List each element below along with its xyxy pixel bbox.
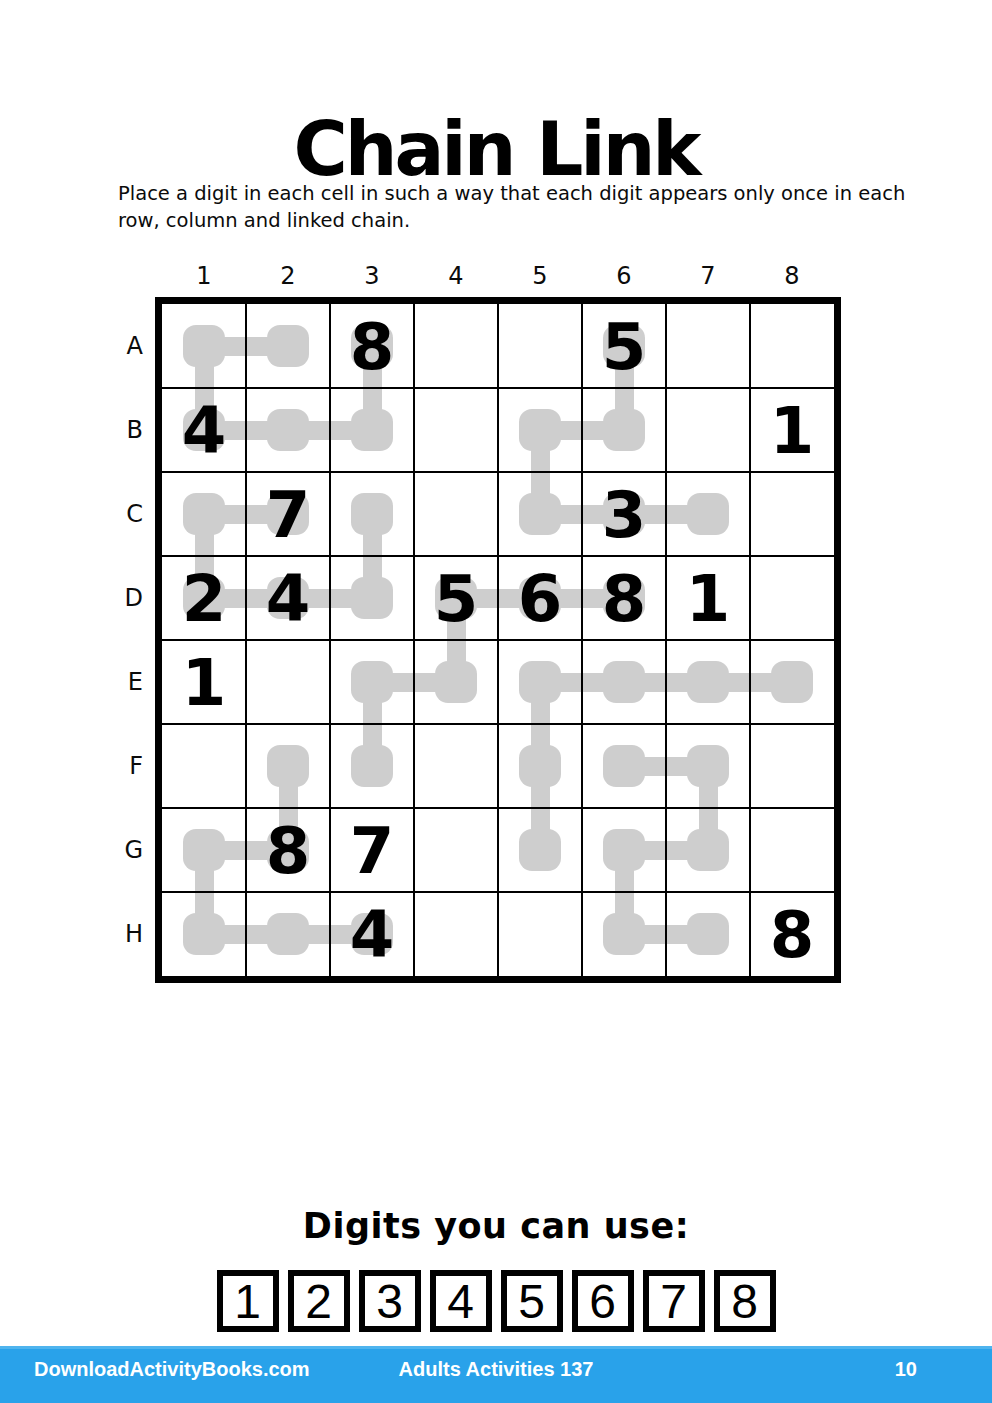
footer-bar: DownloadActivityBooks.com Adults Activit…: [0, 1346, 992, 1403]
board-cell[interactable]: [414, 808, 498, 892]
board-cell[interactable]: [750, 724, 834, 808]
board-cell[interactable]: [414, 472, 498, 556]
digit-box-value: 3: [376, 1278, 403, 1326]
row-label: F: [0, 724, 143, 808]
col-label: 8: [750, 262, 834, 294]
given-digit: 3: [602, 483, 647, 547]
board-cell[interactable]: [750, 808, 834, 892]
board-cell[interactable]: [414, 388, 498, 472]
board-cell[interactable]: 3: [582, 472, 666, 556]
board-cell[interactable]: 5: [414, 556, 498, 640]
digit-box-value: 7: [660, 1278, 687, 1326]
footer-page: 10: [895, 1358, 917, 1381]
board-cell[interactable]: [162, 304, 246, 388]
board-cell[interactable]: [498, 304, 582, 388]
board-cell[interactable]: [330, 472, 414, 556]
row-label: C: [0, 472, 143, 556]
instructions: Place a digit in each cell in such a way…: [118, 180, 918, 235]
board-cell[interactable]: [246, 640, 330, 724]
digit-box-value: 4: [447, 1278, 474, 1326]
board-cell[interactable]: [414, 640, 498, 724]
board-cell[interactable]: 8: [750, 892, 834, 976]
board-cell[interactable]: [498, 388, 582, 472]
row-label: G: [0, 808, 143, 892]
board-cell[interactable]: [582, 388, 666, 472]
board-cell[interactable]: [582, 640, 666, 724]
page-title: Chain Link: [0, 112, 992, 186]
given-digit: 8: [266, 819, 311, 883]
board-cell[interactable]: 1: [666, 556, 750, 640]
given-digit: 1: [686, 567, 731, 631]
given-digit: 1: [770, 399, 815, 463]
board-cell[interactable]: 1: [750, 388, 834, 472]
board-cell[interactable]: [666, 472, 750, 556]
digit-box: 4: [430, 1270, 492, 1332]
row-label: E: [0, 640, 143, 724]
digit-box: 6: [572, 1270, 634, 1332]
board-cell[interactable]: 7: [330, 808, 414, 892]
col-label: 5: [498, 262, 582, 294]
digit-box: 7: [643, 1270, 705, 1332]
board-cell[interactable]: [246, 724, 330, 808]
col-label: 4: [414, 262, 498, 294]
board-cell[interactable]: [750, 472, 834, 556]
given-digit: 2: [182, 567, 227, 631]
given-digit: 1: [182, 651, 227, 715]
board-cell[interactable]: [246, 304, 330, 388]
digit-box: 5: [501, 1270, 563, 1332]
row-label: H: [0, 892, 143, 976]
digit-box: 8: [714, 1270, 776, 1332]
given-digit: 8: [350, 315, 395, 379]
row-label: B: [0, 388, 143, 472]
board-cell[interactable]: [666, 892, 750, 976]
digit-boxes: 12345678: [0, 1270, 992, 1332]
board-cell[interactable]: 4: [162, 388, 246, 472]
board-cell[interactable]: [330, 556, 414, 640]
board-cell[interactable]: [498, 892, 582, 976]
board-cell[interactable]: [750, 640, 834, 724]
given-digit: 8: [770, 903, 815, 967]
board-cell[interactable]: [414, 724, 498, 808]
board-cell[interactable]: [330, 388, 414, 472]
row-label: A: [0, 304, 143, 388]
given-digit: 7: [266, 483, 311, 547]
given-digit: 4: [182, 399, 227, 463]
board-cell[interactable]: [666, 724, 750, 808]
board-cell[interactable]: [582, 724, 666, 808]
board-cell[interactable]: [246, 388, 330, 472]
digit-box-value: 1: [234, 1278, 261, 1326]
board-cell[interactable]: [246, 892, 330, 976]
board-cell[interactable]: [498, 472, 582, 556]
board-inner: 85417324568118748: [162, 304, 834, 976]
board-cell[interactable]: 8: [330, 304, 414, 388]
col-label: 1: [162, 262, 246, 294]
digit-box-value: 2: [305, 1278, 332, 1326]
footer-site: DownloadActivityBooks.com: [34, 1358, 310, 1381]
col-labels: 12345678: [162, 262, 834, 294]
col-label: 7: [666, 262, 750, 294]
board-cell[interactable]: [750, 556, 834, 640]
digit-box: 3: [359, 1270, 421, 1332]
board-cell[interactable]: [666, 388, 750, 472]
digit-box-value: 8: [731, 1278, 758, 1326]
digit-box-value: 6: [589, 1278, 616, 1326]
digits-panel: Digits you can use: 12345678: [0, 1206, 992, 1332]
board-cell[interactable]: [582, 892, 666, 976]
col-label: 6: [582, 262, 666, 294]
board-cell[interactable]: [330, 640, 414, 724]
board-cell[interactable]: [414, 304, 498, 388]
given-digit: 8: [602, 567, 647, 631]
row-label: D: [0, 556, 143, 640]
board-cell[interactable]: 6: [498, 556, 582, 640]
puzzle-page: Chain Link Place a digit in each cell in…: [0, 0, 992, 1403]
digit-box: 1: [217, 1270, 279, 1332]
given-digit: 6: [518, 567, 563, 631]
digit-box-value: 5: [518, 1278, 545, 1326]
given-digit: 5: [602, 315, 647, 379]
board-cell[interactable]: 5: [582, 304, 666, 388]
given-digit: 5: [434, 567, 479, 631]
board-cell[interactable]: [498, 808, 582, 892]
board-cell[interactable]: 7: [246, 472, 330, 556]
board-cell[interactable]: 4: [246, 556, 330, 640]
row-labels: ABCDEFGH: [0, 304, 143, 976]
board-cell[interactable]: [414, 892, 498, 976]
board-cell[interactable]: [498, 724, 582, 808]
board-cell[interactable]: [666, 304, 750, 388]
board-cell[interactable]: 2: [162, 556, 246, 640]
board-cell[interactable]: 4: [330, 892, 414, 976]
col-label: 3: [330, 262, 414, 294]
board-cell[interactable]: [666, 808, 750, 892]
footer-book: Adults Activities 137: [399, 1358, 594, 1381]
board-cell[interactable]: [162, 892, 246, 976]
board-cell[interactable]: [162, 724, 246, 808]
digit-box: 2: [288, 1270, 350, 1332]
board: 85417324568118748: [155, 297, 841, 983]
board-cell[interactable]: 1: [162, 640, 246, 724]
given-digit: 7: [350, 819, 395, 883]
board-cell[interactable]: [582, 808, 666, 892]
board-cell[interactable]: [162, 472, 246, 556]
board-cell[interactable]: [666, 640, 750, 724]
board-cell[interactable]: [162, 808, 246, 892]
board-cell[interactable]: 8: [246, 808, 330, 892]
board-cell[interactable]: [330, 724, 414, 808]
col-label: 2: [246, 262, 330, 294]
digits-heading: Digits you can use:: [0, 1206, 992, 1246]
given-digit: 4: [350, 903, 395, 967]
board-cell[interactable]: 8: [582, 556, 666, 640]
board-cell[interactable]: [498, 640, 582, 724]
given-digit: 4: [266, 567, 311, 631]
board-cell[interactable]: [750, 304, 834, 388]
